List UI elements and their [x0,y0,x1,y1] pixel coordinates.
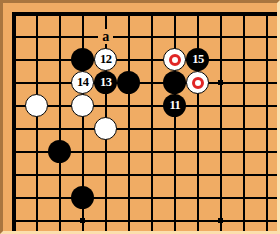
grid-line-horizontal-10 [12,220,278,222]
move-14-white-stone-4-4: 14 [71,71,94,94]
black-stone-4-9 [71,186,94,209]
point-label-a: a [98,29,113,44]
move-number: 12 [100,53,112,66]
move-12-white-stone-5-3: 12 [94,48,117,71]
grid-line-horizontal-3 [12,59,278,61]
go-board-diagram: 1215141311a [0,0,280,234]
move-number: 13 [100,76,112,89]
circle-mark-icon [192,77,204,89]
move-number: 15 [192,53,204,66]
white-stone-5-6 [94,117,117,140]
black-stone-4-3 [71,48,94,71]
star-point-10-10 [218,218,223,223]
white-stone-4-5 [71,94,94,117]
move-number: 14 [77,76,89,89]
black-stone-8-4 [163,71,186,94]
black-stone-3-7 [48,140,71,163]
circle-mark-icon [169,54,181,66]
grid-line-horizontal-5 [12,105,278,107]
grid-line-horizontal-6 [12,128,278,130]
grid-line-horizontal-8 [12,174,278,176]
star-point-10-4 [218,80,223,85]
move-11-black-stone-8-5: 11 [163,94,186,117]
circled-white-stone-9-4 [186,71,209,94]
grid-line-horizontal-9 [12,197,278,199]
grid-line-horizontal-2 [12,36,278,38]
circled-white-stone-8-3 [163,48,186,71]
move-13-black-stone-5-4: 13 [94,71,117,94]
black-stone-6-4 [117,71,140,94]
white-stone-2-5 [25,94,48,117]
move-15-black-stone-9-3: 15 [186,48,209,71]
grid-line-horizontal-4 [12,82,278,84]
move-number: 11 [169,99,180,112]
grid-line-horizontal-1 [12,12,278,16]
star-point-4-10 [80,218,85,223]
